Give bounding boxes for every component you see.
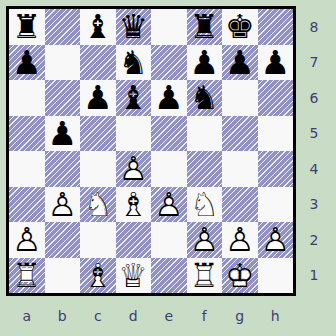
piece-glyph-fill: ♟ bbox=[258, 45, 294, 81]
square-d5[interactable] bbox=[116, 116, 152, 152]
piece-glyph-outline: ♙ bbox=[9, 222, 45, 258]
square-d4[interactable]: ♟♙ bbox=[116, 151, 152, 187]
piece-white-pawn[interactable]: ♟♙ bbox=[222, 222, 258, 258]
square-e6[interactable]: ♟ bbox=[151, 80, 187, 116]
piece-black-pawn[interactable]: ♟ bbox=[151, 80, 187, 116]
rank-label-7: 7 bbox=[299, 45, 329, 81]
piece-glyph-fill: ♛ bbox=[116, 9, 152, 45]
piece-glyph-outline: ♙ bbox=[258, 222, 294, 258]
rank-label-2: 2 bbox=[299, 222, 329, 258]
square-d2[interactable] bbox=[116, 222, 152, 258]
square-g8[interactable]: ♚ bbox=[222, 9, 258, 45]
square-f8[interactable]: ♜ bbox=[187, 9, 223, 45]
piece-glyph-fill: ♝ bbox=[116, 80, 152, 116]
piece-glyph-fill: ♞ bbox=[187, 80, 223, 116]
piece-black-pawn[interactable]: ♟ bbox=[80, 80, 116, 116]
piece-glyph-fill: ♚ bbox=[222, 9, 258, 45]
piece-black-rook[interactable]: ♜ bbox=[9, 9, 45, 45]
square-h1[interactable] bbox=[258, 258, 294, 294]
piece-white-rook[interactable]: ♜♖ bbox=[9, 258, 45, 294]
piece-white-pawn[interactable]: ♟♙ bbox=[9, 222, 45, 258]
square-b1[interactable] bbox=[45, 258, 81, 294]
square-d8[interactable]: ♛ bbox=[116, 9, 152, 45]
piece-glyph-fill: ♟ bbox=[187, 45, 223, 81]
piece-glyph-outline: ♙ bbox=[45, 187, 81, 223]
square-e5[interactable] bbox=[151, 116, 187, 152]
square-a1[interactable]: ♜♖ bbox=[9, 258, 45, 294]
piece-glyph-fill: ♟ bbox=[151, 80, 187, 116]
piece-glyph-outline: ♖ bbox=[187, 258, 223, 294]
square-b8[interactable] bbox=[45, 9, 81, 45]
square-c5[interactable] bbox=[80, 116, 116, 152]
piece-glyph-fill: ♞ bbox=[116, 45, 152, 81]
piece-glyph-outline: ♘ bbox=[187, 187, 223, 223]
square-h5[interactable] bbox=[258, 116, 294, 152]
square-d6[interactable]: ♝ bbox=[116, 80, 152, 116]
piece-glyph-outline: ♔ bbox=[222, 258, 258, 294]
piece-black-knight[interactable]: ♞ bbox=[116, 45, 152, 81]
rank-label-1: 1 bbox=[299, 258, 329, 294]
piece-white-knight[interactable]: ♞♘ bbox=[80, 187, 116, 223]
rank-label-3: 3 bbox=[299, 187, 329, 223]
square-g1[interactable]: ♚♔ bbox=[222, 258, 258, 294]
piece-white-bishop[interactable]: ♝♗ bbox=[80, 258, 116, 294]
piece-white-rook[interactable]: ♜♖ bbox=[187, 258, 223, 294]
piece-glyph-outline: ♙ bbox=[222, 222, 258, 258]
piece-glyph-fill: ♟ bbox=[45, 116, 81, 152]
file-label-c: c bbox=[80, 308, 116, 324]
square-b5[interactable]: ♟ bbox=[45, 116, 81, 152]
piece-glyph-outline: ♙ bbox=[151, 187, 187, 223]
square-b4[interactable] bbox=[45, 151, 81, 187]
rank-label-8: 8 bbox=[299, 9, 329, 45]
piece-black-pawn[interactable]: ♟ bbox=[222, 45, 258, 81]
square-g5[interactable] bbox=[222, 116, 258, 152]
square-d1[interactable]: ♛♕ bbox=[116, 258, 152, 294]
square-c1[interactable]: ♝♗ bbox=[80, 258, 116, 294]
square-g4[interactable] bbox=[222, 151, 258, 187]
file-label-b: b bbox=[45, 308, 81, 324]
square-b7[interactable] bbox=[45, 45, 81, 81]
piece-glyph-fill: ♟ bbox=[80, 80, 116, 116]
square-g6[interactable] bbox=[222, 80, 258, 116]
square-h4[interactable] bbox=[258, 151, 294, 187]
square-a8[interactable]: ♜ bbox=[9, 9, 45, 45]
square-f7[interactable]: ♟ bbox=[187, 45, 223, 81]
file-labels: abcdefgh bbox=[9, 308, 293, 324]
file-label-g: g bbox=[222, 308, 258, 324]
piece-white-pawn[interactable]: ♟♙ bbox=[258, 222, 294, 258]
square-a6[interactable] bbox=[9, 80, 45, 116]
piece-white-pawn[interactable]: ♟♙ bbox=[187, 222, 223, 258]
square-d3[interactable]: ♝♗ bbox=[116, 187, 152, 223]
piece-black-pawn[interactable]: ♟ bbox=[45, 116, 81, 152]
square-b2[interactable] bbox=[45, 222, 81, 258]
rank-label-6: 6 bbox=[299, 80, 329, 116]
square-a4[interactable] bbox=[9, 151, 45, 187]
piece-glyph-outline: ♙ bbox=[187, 222, 223, 258]
rank-label-5: 5 bbox=[299, 116, 329, 152]
piece-white-knight[interactable]: ♞♘ bbox=[187, 187, 223, 223]
square-c2[interactable] bbox=[80, 222, 116, 258]
piece-white-pawn[interactable]: ♟♙ bbox=[151, 187, 187, 223]
file-label-e: e bbox=[151, 308, 187, 324]
piece-glyph-fill: ♟ bbox=[222, 45, 258, 81]
piece-black-rook[interactable]: ♜ bbox=[187, 9, 223, 45]
square-f3[interactable]: ♞♘ bbox=[187, 187, 223, 223]
square-e3[interactable]: ♟♙ bbox=[151, 187, 187, 223]
piece-white-bishop[interactable]: ♝♗ bbox=[116, 187, 152, 223]
square-e2[interactable] bbox=[151, 222, 187, 258]
piece-white-king[interactable]: ♚♔ bbox=[222, 258, 258, 294]
square-f5[interactable] bbox=[187, 116, 223, 152]
square-a7[interactable]: ♟ bbox=[9, 45, 45, 81]
piece-glyph-outline: ♙ bbox=[116, 151, 152, 187]
square-f6[interactable]: ♞ bbox=[187, 80, 223, 116]
square-a5[interactable] bbox=[9, 116, 45, 152]
piece-black-pawn[interactable]: ♟ bbox=[258, 45, 294, 81]
piece-black-queen[interactable]: ♛ bbox=[116, 9, 152, 45]
square-f1[interactable]: ♜♖ bbox=[187, 258, 223, 294]
piece-white-pawn[interactable]: ♟♙ bbox=[116, 151, 152, 187]
file-label-f: f bbox=[187, 308, 223, 324]
square-c7[interactable] bbox=[80, 45, 116, 81]
piece-black-knight[interactable]: ♞ bbox=[187, 80, 223, 116]
square-a2[interactable]: ♟♙ bbox=[9, 222, 45, 258]
square-h8[interactable] bbox=[258, 9, 294, 45]
square-g3[interactable] bbox=[222, 187, 258, 223]
piece-glyph-fill: ♟ bbox=[9, 45, 45, 81]
square-c4[interactable] bbox=[80, 151, 116, 187]
square-b3[interactable]: ♟♙ bbox=[45, 187, 81, 223]
file-label-d: d bbox=[116, 308, 152, 324]
square-h3[interactable] bbox=[258, 187, 294, 223]
piece-black-pawn[interactable]: ♟ bbox=[187, 45, 223, 81]
piece-white-queen[interactable]: ♛♕ bbox=[116, 258, 152, 294]
square-f4[interactable] bbox=[187, 151, 223, 187]
square-c3[interactable]: ♞♘ bbox=[80, 187, 116, 223]
square-c6[interactable]: ♟ bbox=[80, 80, 116, 116]
square-h7[interactable]: ♟ bbox=[258, 45, 294, 81]
square-e4[interactable] bbox=[151, 151, 187, 187]
chess-board: ♜♝♛♜♚♟♞♟♟♟♟♝♟♞♟♟♙♟♙♞♘♝♗♟♙♞♘♟♙♟♙♟♙♟♙♜♖♝♗♛… bbox=[6, 6, 296, 296]
piece-glyph-outline: ♗ bbox=[116, 187, 152, 223]
square-g7[interactable]: ♟ bbox=[222, 45, 258, 81]
square-b6[interactable] bbox=[45, 80, 81, 116]
piece-black-bishop[interactable]: ♝ bbox=[116, 80, 152, 116]
square-c8[interactable]: ♝ bbox=[80, 9, 116, 45]
piece-glyph-outline: ♗ bbox=[80, 258, 116, 294]
rank-labels: 87654321 bbox=[299, 9, 329, 293]
square-a3[interactable] bbox=[9, 187, 45, 223]
square-d7[interactable]: ♞ bbox=[116, 45, 152, 81]
file-label-a: a bbox=[9, 308, 45, 324]
piece-white-pawn[interactable]: ♟♙ bbox=[45, 187, 81, 223]
piece-glyph-outline: ♕ bbox=[116, 258, 152, 294]
file-label-h: h bbox=[258, 308, 294, 324]
square-e7[interactable] bbox=[151, 45, 187, 81]
square-h6[interactable] bbox=[258, 80, 294, 116]
piece-glyph-outline: ♖ bbox=[9, 258, 45, 294]
piece-glyph-fill: ♝ bbox=[80, 9, 116, 45]
square-e1[interactable] bbox=[151, 258, 187, 294]
piece-black-pawn[interactable]: ♟ bbox=[9, 45, 45, 81]
rank-label-4: 4 bbox=[299, 151, 329, 187]
square-g2[interactable]: ♟♙ bbox=[222, 222, 258, 258]
piece-glyph-outline: ♘ bbox=[80, 187, 116, 223]
piece-black-king[interactable]: ♚ bbox=[222, 9, 258, 45]
square-e8[interactable] bbox=[151, 9, 187, 45]
piece-glyph-fill: ♜ bbox=[9, 9, 45, 45]
piece-glyph-fill: ♜ bbox=[187, 9, 223, 45]
piece-black-bishop[interactable]: ♝ bbox=[80, 9, 116, 45]
square-f2[interactable]: ♟♙ bbox=[187, 222, 223, 258]
square-h2[interactable]: ♟♙ bbox=[258, 222, 294, 258]
